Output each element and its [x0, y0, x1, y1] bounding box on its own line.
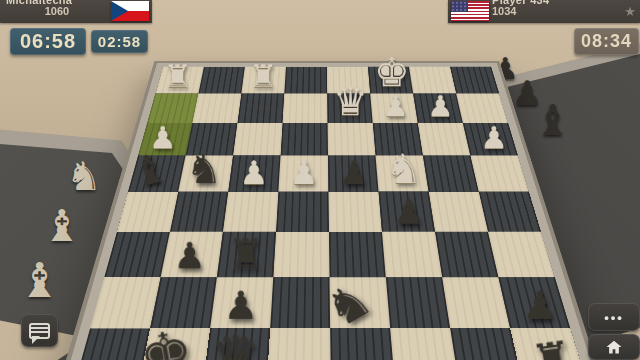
- square-g5[interactable]: [170, 192, 228, 232]
- chat-bubble-icon: [29, 323, 50, 339]
- square-b5[interactable]: [429, 192, 488, 232]
- square-b2[interactable]: ♟: [413, 93, 463, 122]
- piece-black-rook-f6[interactable]: ♜: [227, 233, 264, 274]
- czech-flag-icon: [111, 1, 149, 21]
- square-c8[interactable]: [390, 328, 459, 360]
- piece-white-rook-f1[interactable]: ♜: [249, 60, 277, 92]
- square-f7[interactable]: ♟: [210, 277, 273, 328]
- square-d2[interactable]: ♛: [327, 93, 372, 122]
- square-e8[interactable]: [267, 328, 331, 360]
- square-f8[interactable]: ♛: [202, 328, 270, 360]
- us-flag-icon: [451, 1, 489, 21]
- piece-white-pawn-b2[interactable]: ♟: [427, 92, 453, 121]
- player-rating-left: 1060: [6, 6, 108, 17]
- piece-black-queen-f8[interactable]: ♛: [210, 328, 259, 360]
- piece-white-knight-c4[interactable]: ♞: [385, 149, 421, 190]
- player-banner-left: Michaltecna 1060: [0, 0, 152, 23]
- square-a1[interactable]: [450, 67, 499, 94]
- square-a3[interactable]: ♟: [463, 123, 518, 156]
- square-h5[interactable]: [117, 192, 178, 232]
- square-g1[interactable]: [198, 67, 245, 94]
- square-a7[interactable]: ♟: [498, 277, 570, 328]
- piece-black-pawn-a7[interactable]: ♟: [522, 287, 557, 326]
- home-icon: [604, 338, 624, 356]
- clock-left-secondary: 02:58: [91, 30, 148, 53]
- piece-white-pawn-c2[interactable]: ♟: [382, 92, 408, 121]
- square-b4[interactable]: [423, 155, 479, 191]
- clock-right: 08:34: [574, 28, 639, 55]
- square-c5[interactable]: ♟: [379, 192, 435, 232]
- square-g2[interactable]: [192, 93, 241, 122]
- player-rating-right: 1034: [492, 6, 582, 17]
- piece-black-knight-g4[interactable]: ♞: [185, 149, 221, 190]
- piece-white-queen-d2[interactable]: ♛: [333, 82, 368, 121]
- square-f3[interactable]: [233, 123, 282, 156]
- player-banner-right: Player 434 1034 ★: [448, 0, 640, 23]
- more-button[interactable]: •••: [588, 303, 640, 331]
- square-d6[interactable]: [329, 232, 386, 277]
- square-c7[interactable]: [386, 277, 450, 328]
- game-screen: ♞♝♝♟♟♝ ♜♜♚♛♟♟♟♟♝♞♟♟♟♞♟♟♜♟♞♟♚♛♜ Michaltec…: [0, 0, 640, 360]
- square-b3[interactable]: [418, 123, 471, 156]
- square-f1[interactable]: ♜: [241, 67, 286, 94]
- square-e7[interactable]: [270, 277, 330, 328]
- piece-white-pawn-f4[interactable]: ♟: [239, 157, 268, 189]
- square-f5[interactable]: [223, 192, 278, 232]
- square-e2[interactable]: [283, 93, 328, 122]
- chat-button[interactable]: [21, 314, 58, 347]
- square-h1[interactable]: ♜: [155, 67, 203, 94]
- square-a6[interactable]: [488, 232, 555, 277]
- piece-black-pawn-g6[interactable]: ♟: [173, 238, 205, 274]
- square-c6[interactable]: [382, 232, 442, 277]
- square-d5[interactable]: [328, 192, 382, 232]
- square-f2[interactable]: [237, 93, 284, 122]
- chess-board[interactable]: ♜♜♚♛♟♟♟♟♝♞♟♟♟♞♟♟♜♟♞♟♚♛♜: [60, 63, 602, 360]
- square-c2[interactable]: ♟: [370, 93, 418, 122]
- square-g6[interactable]: ♟: [161, 232, 223, 277]
- clock-left-main: 06:58: [10, 28, 86, 55]
- square-e4[interactable]: ♟: [278, 155, 328, 191]
- square-e1[interactable]: [284, 67, 327, 94]
- square-e3[interactable]: [281, 123, 328, 156]
- piece-white-pawn-a3[interactable]: ♟: [480, 123, 507, 154]
- square-d8[interactable]: [330, 328, 395, 360]
- square-h4[interactable]: ♝: [128, 155, 185, 191]
- board-scene: ♜♜♚♛♟♟♟♟♝♞♟♟♟♞♟♟♜♟♞♟♚♛♜: [0, 0, 640, 360]
- square-d4[interactable]: ♟: [328, 155, 379, 191]
- square-d3[interactable]: [328, 123, 376, 156]
- square-h6[interactable]: [104, 232, 170, 277]
- square-f6[interactable]: ♜: [217, 232, 276, 277]
- square-g4[interactable]: ♞: [178, 155, 233, 191]
- piece-black-pawn-c5[interactable]: ♟: [393, 195, 424, 229]
- square-a5[interactable]: [479, 192, 541, 232]
- square-g8[interactable]: ♚: [138, 328, 210, 360]
- square-a4[interactable]: [470, 155, 528, 191]
- square-a8[interactable]: ♜: [510, 328, 588, 360]
- square-e6[interactable]: [273, 232, 329, 277]
- square-h7[interactable]: [90, 277, 161, 328]
- star-icon: ★: [624, 5, 636, 18]
- square-c4[interactable]: ♞: [375, 155, 428, 191]
- piece-black-pawn-f7[interactable]: ♟: [223, 287, 258, 326]
- piece-white-pawn-e4[interactable]: ♟: [289, 157, 318, 189]
- piece-black-pawn-d4[interactable]: ♟: [339, 157, 368, 189]
- square-h2[interactable]: [147, 93, 198, 122]
- home-button[interactable]: [588, 334, 640, 360]
- piece-white-rook-h1[interactable]: ♜: [163, 60, 191, 92]
- square-a2[interactable]: [456, 93, 508, 122]
- piece-black-king-g8[interactable]: ♚: [134, 321, 196, 360]
- square-d7[interactable]: ♞: [330, 277, 391, 328]
- piece-white-king-c1[interactable]: ♚: [374, 52, 409, 92]
- square-f4[interactable]: ♟: [228, 155, 280, 191]
- piece-black-rook-a8[interactable]: ♜: [527, 334, 576, 360]
- square-e5[interactable]: [276, 192, 329, 232]
